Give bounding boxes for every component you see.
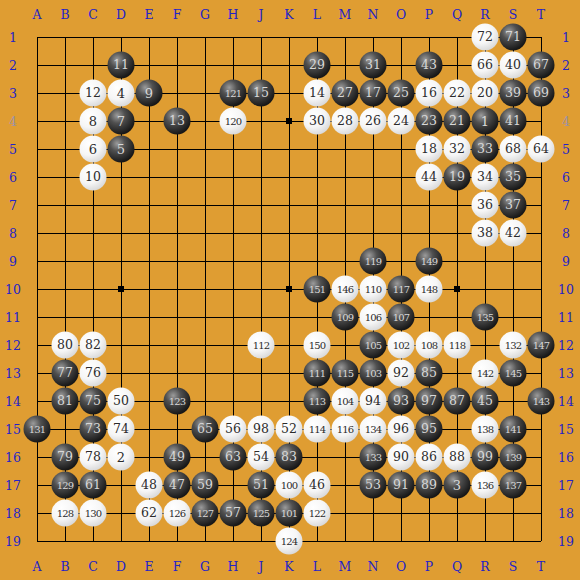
- go-stone-white[interactable]: 96: [388, 416, 415, 443]
- move-number: 99: [477, 451, 493, 464]
- go-stone-black[interactable]: 95: [416, 416, 443, 443]
- go-stone-black[interactable]: 99: [472, 444, 499, 471]
- move-number: 90: [393, 451, 409, 464]
- go-stone-white[interactable]: 100: [276, 472, 303, 499]
- move-number: 111: [309, 368, 326, 378]
- move-number: 66: [477, 59, 493, 72]
- go-stone-white[interactable]: 34: [472, 164, 499, 191]
- column-label-bottom: L: [313, 559, 321, 574]
- move-number: 115: [337, 368, 354, 378]
- go-stone-black[interactable]: 29: [304, 52, 331, 79]
- go-stone-white[interactable]: 50: [108, 388, 135, 415]
- column-label-bottom: C: [88, 559, 98, 574]
- go-stone-black[interactable]: 115: [332, 360, 359, 387]
- go-stone-black[interactable]: 93: [388, 388, 415, 415]
- move-number: 50: [113, 395, 129, 408]
- row-label-left: 2: [9, 58, 17, 73]
- go-stone-white[interactable]: 76: [80, 360, 107, 387]
- move-number: 33: [477, 143, 493, 156]
- go-stone-black[interactable]: 39: [500, 80, 527, 107]
- column-label-bottom: M: [339, 559, 352, 574]
- move-number: 76: [85, 367, 101, 380]
- move-number: 104: [337, 396, 354, 406]
- move-number: 40: [505, 59, 521, 72]
- go-stone-black[interactable]: 63: [220, 444, 247, 471]
- move-number: 105: [365, 340, 382, 350]
- go-stone-white[interactable]: 16: [416, 80, 443, 107]
- go-stone-black[interactable]: 143: [528, 388, 555, 415]
- go-stone-white[interactable]: 68: [500, 136, 527, 163]
- move-number: 15: [253, 87, 269, 100]
- column-label-bottom: A: [32, 559, 41, 574]
- go-stone-black[interactable]: 133: [360, 444, 387, 471]
- row-label-left: 16: [5, 450, 21, 465]
- column-label-top: H: [228, 7, 239, 22]
- go-stone-black[interactable]: 57: [220, 500, 247, 527]
- move-number: 64: [533, 143, 549, 156]
- go-stone-black[interactable]: 125: [248, 500, 275, 527]
- go-stone-black[interactable]: 73: [80, 416, 107, 443]
- go-stone-black[interactable]: 141: [500, 416, 527, 443]
- move-number: 9: [145, 87, 153, 100]
- column-label-top: A: [32, 7, 41, 22]
- column-label-top: L: [313, 7, 321, 22]
- move-number: 71: [505, 31, 521, 44]
- go-stone-black[interactable]: 79: [52, 444, 79, 471]
- row-label-left: 17: [5, 478, 21, 493]
- go-stone-black[interactable]: 21: [444, 108, 471, 135]
- go-stone-white[interactable]: 102: [388, 332, 415, 359]
- move-number: 26: [365, 115, 381, 128]
- go-stone-black[interactable]: 43: [416, 52, 443, 79]
- go-stone-black[interactable]: 101: [276, 500, 303, 527]
- go-stone-black[interactable]: 65: [192, 416, 219, 443]
- go-stone-black[interactable]: 35: [500, 164, 527, 191]
- row-label-left: 8: [9, 226, 17, 241]
- column-label-bottom: K: [284, 559, 293, 574]
- go-stone-white[interactable]: 146: [332, 276, 359, 303]
- go-stone-white[interactable]: 28: [332, 108, 359, 135]
- go-stone-black[interactable]: 77: [52, 360, 79, 387]
- move-number: 96: [393, 423, 409, 436]
- go-stone-black[interactable]: 111: [304, 360, 331, 387]
- go-stone-white[interactable]: 74: [108, 416, 135, 443]
- go-stone-white[interactable]: 118: [444, 332, 471, 359]
- go-stone-black[interactable]: 59: [192, 472, 219, 499]
- go-stone-white[interactable]: 128: [52, 500, 79, 527]
- move-number: 3: [453, 479, 461, 492]
- go-stone-white[interactable]: 10: [80, 164, 107, 191]
- move-number: 39: [505, 87, 521, 100]
- move-number: 118: [449, 340, 466, 350]
- go-stone-black[interactable]: 97: [416, 388, 443, 415]
- column-label-bottom: H: [228, 559, 239, 574]
- go-stone-white[interactable]: 46: [304, 472, 331, 499]
- go-stone-white[interactable]: 62: [136, 500, 163, 527]
- move-number: 80: [57, 339, 73, 352]
- go-stone-black[interactable]: 129: [52, 472, 79, 499]
- go-stone-black[interactable]: 67: [528, 52, 555, 79]
- move-number: 69: [533, 87, 549, 100]
- go-stone-black[interactable]: 25: [388, 80, 415, 107]
- move-number: 67: [533, 59, 549, 72]
- go-board[interactable]: AABBCCDDEEFFGGHHJJKKLLMMNNOOPPQQRRSSTT11…: [0, 0, 580, 580]
- move-number: 141: [505, 424, 522, 434]
- move-number: 78: [85, 451, 101, 464]
- go-stone-white[interactable]: 108: [416, 332, 443, 359]
- move-number: 28: [337, 115, 353, 128]
- row-label-left: 13: [5, 366, 21, 381]
- go-stone-white[interactable]: 14: [304, 80, 331, 107]
- go-stone-black[interactable]: 37: [500, 192, 527, 219]
- go-stone-white[interactable]: 18: [416, 136, 443, 163]
- move-number: 148: [421, 284, 438, 294]
- column-label-top: O: [396, 7, 406, 22]
- move-number: 53: [365, 479, 381, 492]
- column-label-bottom: E: [144, 559, 153, 574]
- go-stone-black[interactable]: 151: [304, 276, 331, 303]
- go-stone-white[interactable]: 110: [360, 276, 387, 303]
- move-number: 45: [477, 395, 493, 408]
- go-stone-black[interactable]: 83: [276, 444, 303, 471]
- row-label-left: 12: [5, 338, 21, 353]
- move-number: 19: [449, 171, 465, 184]
- move-number: 59: [197, 479, 213, 492]
- move-number: 22: [449, 87, 465, 100]
- row-label-left: 19: [5, 534, 21, 549]
- go-stone-black[interactable]: 147: [528, 332, 555, 359]
- go-stone-black[interactable]: 137: [500, 472, 527, 499]
- go-stone-black[interactable]: 89: [416, 472, 443, 499]
- row-label-right: 4: [562, 114, 570, 129]
- column-label-top: F: [173, 7, 182, 22]
- go-stone-black[interactable]: 145: [500, 360, 527, 387]
- go-stone-white[interactable]: 64: [528, 136, 555, 163]
- move-number: 16: [421, 87, 437, 100]
- go-stone-black[interactable]: 47: [164, 472, 191, 499]
- move-number: 146: [337, 284, 354, 294]
- go-stone-white[interactable]: 86: [416, 444, 443, 471]
- row-label-right: 2: [562, 58, 570, 73]
- move-number: 72: [477, 31, 493, 44]
- move-number: 36: [477, 199, 493, 212]
- go-stone-black[interactable]: 139: [500, 444, 527, 471]
- go-stone-black[interactable]: 69: [528, 80, 555, 107]
- move-number: 92: [393, 367, 409, 380]
- go-stone-black[interactable]: 123: [164, 388, 191, 415]
- go-stone-white[interactable]: 4: [108, 80, 135, 107]
- go-stone-black[interactable]: 31: [360, 52, 387, 79]
- go-stone-white[interactable]: 8: [80, 108, 107, 135]
- go-stone-white[interactable]: 44: [416, 164, 443, 191]
- go-stone-black[interactable]: 107: [388, 304, 415, 331]
- go-stone-black[interactable]: 75: [80, 388, 107, 415]
- move-number: 46: [309, 479, 325, 492]
- go-stone-white[interactable]: 24: [388, 108, 415, 135]
- go-stone-white[interactable]: 56: [220, 416, 247, 443]
- move-number: 49: [169, 451, 185, 464]
- go-stone-black[interactable]: 5: [108, 136, 135, 163]
- go-stone-white[interactable]: 80: [52, 332, 79, 359]
- column-label-top: Q: [452, 7, 462, 22]
- row-label-left: 18: [5, 506, 21, 521]
- go-stone-black[interactable]: 17: [360, 80, 387, 107]
- go-stone-white[interactable]: 48: [136, 472, 163, 499]
- go-stone-white[interactable]: 130: [80, 500, 107, 527]
- go-stone-black[interactable]: 117: [388, 276, 415, 303]
- go-stone-black[interactable]: 41: [500, 108, 527, 135]
- go-stone-black[interactable]: 109: [332, 304, 359, 331]
- move-number: 79: [57, 451, 73, 464]
- go-stone-black[interactable]: 11: [108, 52, 135, 79]
- move-number: 37: [505, 199, 521, 212]
- go-stone-white[interactable]: 22: [444, 80, 471, 107]
- row-label-right: 12: [558, 338, 574, 353]
- go-stone-white[interactable]: 12: [80, 80, 107, 107]
- move-number: 109: [337, 312, 354, 322]
- go-stone-white[interactable]: 36: [472, 192, 499, 219]
- go-stone-black[interactable]: 19: [444, 164, 471, 191]
- go-stone-white[interactable]: 82: [80, 332, 107, 359]
- move-number: 95: [421, 423, 437, 436]
- column-label-top: J: [258, 7, 263, 22]
- go-stone-black[interactable]: 149: [416, 248, 443, 275]
- go-stone-black[interactable]: 13: [164, 108, 191, 135]
- move-number: 44: [421, 171, 437, 184]
- go-stone-black[interactable]: 113: [304, 388, 331, 415]
- row-label-left: 5: [9, 142, 17, 157]
- move-number: 4: [117, 87, 125, 100]
- move-number: 11: [113, 59, 129, 72]
- go-stone-black[interactable]: 81: [52, 388, 79, 415]
- go-stone-black[interactable]: 7: [108, 108, 135, 135]
- move-number: 68: [505, 143, 521, 156]
- go-stone-white[interactable]: 150: [304, 332, 331, 359]
- move-number: 106: [365, 312, 382, 322]
- move-number: 119: [365, 256, 382, 266]
- go-stone-white[interactable]: 120: [220, 108, 247, 135]
- go-stone-white[interactable]: 112: [248, 332, 275, 359]
- move-number: 108: [421, 340, 438, 350]
- move-number: 51: [253, 479, 269, 492]
- row-label-right: 14: [558, 394, 574, 409]
- go-stone-white[interactable]: 124: [276, 528, 303, 555]
- move-number: 142: [477, 368, 494, 378]
- go-stone-white[interactable]: 114: [304, 416, 331, 443]
- move-number: 88: [449, 451, 465, 464]
- go-stone-white[interactable]: 132: [500, 332, 527, 359]
- column-label-bottom: T: [537, 559, 545, 574]
- move-number: 129: [57, 480, 74, 490]
- go-stone-black[interactable]: 3: [444, 472, 471, 499]
- row-label-left: 9: [9, 254, 17, 269]
- move-number: 123: [169, 396, 186, 406]
- move-number: 13: [169, 115, 185, 128]
- go-stone-white[interactable]: 52: [276, 416, 303, 443]
- go-stone-black[interactable]: 9: [136, 80, 163, 107]
- go-stone-white[interactable]: 20: [472, 80, 499, 107]
- column-label-bottom: G: [200, 559, 210, 574]
- row-label-right: 3: [562, 86, 570, 101]
- go-stone-white[interactable]: 2: [108, 444, 135, 471]
- move-number: 128: [57, 508, 74, 518]
- move-number: 24: [393, 115, 409, 128]
- go-stone-white[interactable]: 122: [304, 500, 331, 527]
- go-stone-white[interactable]: 148: [416, 276, 443, 303]
- row-label-right: 5: [562, 142, 570, 157]
- go-stone-black[interactable]: 1: [472, 108, 499, 135]
- move-number: 42: [505, 227, 521, 240]
- go-stone-black[interactable]: 135: [472, 304, 499, 331]
- go-stone-black[interactable]: 53: [360, 472, 387, 499]
- move-number: 34: [477, 171, 493, 184]
- move-number: 107: [393, 312, 410, 322]
- move-number: 1: [481, 115, 489, 128]
- column-label-top: M: [339, 7, 352, 22]
- go-stone-white[interactable]: 72: [472, 24, 499, 51]
- move-number: 126: [169, 508, 186, 518]
- row-label-right: 16: [558, 450, 574, 465]
- go-stone-black[interactable]: 61: [80, 472, 107, 499]
- move-number: 10: [85, 171, 101, 184]
- move-number: 8: [89, 115, 97, 128]
- move-number: 127: [197, 508, 214, 518]
- go-stone-black[interactable]: 103: [360, 360, 387, 387]
- move-number: 131: [29, 424, 46, 434]
- row-label-left: 11: [5, 310, 21, 325]
- go-stone-black[interactable]: 27: [332, 80, 359, 107]
- go-stone-black[interactable]: 87: [444, 388, 471, 415]
- column-label-bottom: J: [258, 559, 263, 574]
- go-stone-black[interactable]: 85: [416, 360, 443, 387]
- go-stone-white[interactable]: 40: [500, 52, 527, 79]
- move-number: 65: [197, 423, 213, 436]
- move-number: 147: [533, 340, 550, 350]
- row-label-right: 18: [558, 506, 574, 521]
- go-stone-white[interactable]: 26: [360, 108, 387, 135]
- go-stone-white[interactable]: 106: [360, 304, 387, 331]
- go-stone-white[interactable]: 88: [444, 444, 471, 471]
- go-stone-white[interactable]: 104: [332, 388, 359, 415]
- row-label-right: 10: [558, 282, 574, 297]
- move-number: 6: [89, 143, 97, 156]
- move-number: 41: [505, 115, 521, 128]
- go-stone-black[interactable]: 33: [472, 136, 499, 163]
- move-number: 21: [449, 115, 465, 128]
- move-number: 103: [365, 368, 382, 378]
- go-stone-black[interactable]: 105: [360, 332, 387, 359]
- move-number: 32: [449, 143, 465, 156]
- column-label-top: D: [116, 7, 126, 22]
- go-stone-white[interactable]: 38: [472, 220, 499, 247]
- move-number: 97: [421, 395, 437, 408]
- row-label-left: 14: [5, 394, 21, 409]
- move-number: 83: [281, 451, 297, 464]
- go-stone-white[interactable]: 126: [164, 500, 191, 527]
- move-number: 48: [141, 479, 157, 492]
- move-number: 138: [477, 424, 494, 434]
- column-label-bottom: B: [60, 559, 69, 574]
- go-stone-black[interactable]: 15: [248, 80, 275, 107]
- column-label-top: E: [144, 7, 153, 22]
- go-stone-white[interactable]: 30: [304, 108, 331, 135]
- move-number: 63: [225, 451, 241, 464]
- move-number: 94: [365, 395, 381, 408]
- move-number: 87: [449, 395, 465, 408]
- go-stone-white[interactable]: 6: [80, 136, 107, 163]
- row-label-right: 19: [558, 534, 574, 549]
- move-number: 143: [533, 396, 550, 406]
- move-number: 56: [225, 423, 241, 436]
- row-label-left: 1: [9, 30, 17, 45]
- column-label-top: N: [368, 7, 379, 22]
- go-stone-black[interactable]: 51: [248, 472, 275, 499]
- go-stone-black[interactable]: 71: [500, 24, 527, 51]
- move-number: 5: [117, 143, 125, 156]
- go-stone-black[interactable]: 45: [472, 388, 499, 415]
- go-stone-white[interactable]: 90: [388, 444, 415, 471]
- move-number: 125: [253, 508, 270, 518]
- row-label-right: 8: [562, 226, 570, 241]
- move-number: 149: [421, 256, 438, 266]
- go-stone-black[interactable]: 49: [164, 444, 191, 471]
- column-label-top: K: [284, 7, 293, 22]
- move-number: 54: [253, 451, 269, 464]
- move-number: 113: [309, 396, 326, 406]
- go-stone-black[interactable]: 121: [220, 80, 247, 107]
- go-stone-black[interactable]: 119: [360, 248, 387, 275]
- go-stone-white[interactable]: 42: [500, 220, 527, 247]
- move-number: 14: [309, 87, 325, 100]
- go-stone-white[interactable]: 98: [248, 416, 275, 443]
- go-stone-white[interactable]: 66: [472, 52, 499, 79]
- move-number: 52: [281, 423, 297, 436]
- go-stone-white[interactable]: 134: [360, 416, 387, 443]
- move-number: 139: [505, 452, 522, 462]
- row-label-left: 10: [5, 282, 21, 297]
- column-label-bottom: P: [425, 559, 433, 574]
- move-number: 151: [309, 284, 326, 294]
- go-stone-white[interactable]: 32: [444, 136, 471, 163]
- move-number: 73: [85, 423, 101, 436]
- go-stone-white[interactable]: 142: [472, 360, 499, 387]
- move-number: 89: [421, 479, 437, 492]
- column-label-top: S: [509, 7, 518, 22]
- move-number: 137: [505, 480, 522, 490]
- row-label-right: 1: [562, 30, 570, 45]
- go-stone-white[interactable]: 94: [360, 388, 387, 415]
- move-number: 116: [337, 424, 354, 434]
- column-label-top: B: [60, 7, 69, 22]
- go-stone-white[interactable]: 78: [80, 444, 107, 471]
- column-label-top: P: [425, 7, 433, 22]
- go-stone-white[interactable]: 116: [332, 416, 359, 443]
- go-stone-white[interactable]: 136: [472, 472, 499, 499]
- move-number: 122: [309, 508, 326, 518]
- go-stone-black[interactable]: 23: [416, 108, 443, 135]
- move-number: 121: [225, 88, 242, 98]
- go-stone-white[interactable]: 138: [472, 416, 499, 443]
- move-number: 93: [393, 395, 409, 408]
- move-number: 29: [309, 59, 325, 72]
- move-number: 61: [85, 479, 101, 492]
- go-stone-black[interactable]: 127: [192, 500, 219, 527]
- column-label-bottom: D: [116, 559, 126, 574]
- go-stone-black[interactable]: 91: [388, 472, 415, 499]
- go-stone-black[interactable]: 131: [24, 416, 51, 443]
- go-stone-white[interactable]: 54: [248, 444, 275, 471]
- go-stone-white[interactable]: 92: [388, 360, 415, 387]
